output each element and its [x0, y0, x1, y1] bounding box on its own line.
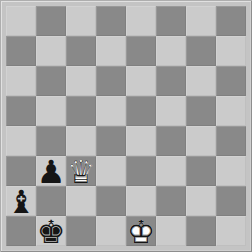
square-c3[interactable]: ♛♕	[66, 156, 96, 186]
square-e3[interactable]	[126, 156, 156, 186]
square-h7[interactable]	[216, 36, 246, 66]
square-a2[interactable]: ♝	[6, 186, 36, 216]
square-a8[interactable]	[6, 6, 36, 36]
square-h1[interactable]	[216, 216, 246, 246]
black-pawn-b3[interactable]: ♟	[36, 156, 66, 186]
square-b8[interactable]	[36, 6, 66, 36]
square-g3[interactable]	[186, 156, 216, 186]
square-c4[interactable]	[66, 126, 96, 156]
square-d8[interactable]	[96, 6, 126, 36]
chess-board-frame: ♟♛♕♝♚♚♔	[0, 0, 252, 252]
square-b3[interactable]: ♟	[36, 156, 66, 186]
square-h2[interactable]	[216, 186, 246, 216]
square-g4[interactable]	[186, 126, 216, 156]
square-b7[interactable]	[36, 36, 66, 66]
square-a4[interactable]	[6, 126, 36, 156]
square-e4[interactable]	[126, 126, 156, 156]
square-f2[interactable]	[156, 186, 186, 216]
square-d7[interactable]	[96, 36, 126, 66]
square-a7[interactable]	[6, 36, 36, 66]
square-g6[interactable]	[186, 66, 216, 96]
square-d2[interactable]	[96, 186, 126, 216]
square-d3[interactable]	[96, 156, 126, 186]
square-g7[interactable]	[186, 36, 216, 66]
square-a3[interactable]	[6, 156, 36, 186]
square-d4[interactable]	[96, 126, 126, 156]
black-king-glyph: ♚	[37, 216, 66, 248]
square-f8[interactable]	[156, 6, 186, 36]
square-a1[interactable]	[6, 216, 36, 246]
white-king-e1[interactable]: ♚♔	[126, 216, 156, 246]
square-d6[interactable]	[96, 66, 126, 96]
square-c2[interactable]	[66, 186, 96, 216]
square-b4[interactable]	[36, 126, 66, 156]
square-e2[interactable]	[126, 186, 156, 216]
square-e1[interactable]: ♚♔	[126, 216, 156, 246]
square-h8[interactable]	[216, 6, 246, 36]
square-g8[interactable]	[186, 6, 216, 36]
square-f1[interactable]	[156, 216, 186, 246]
square-d1[interactable]	[96, 216, 126, 246]
square-h5[interactable]	[216, 96, 246, 126]
chess-board: ♟♛♕♝♚♚♔	[6, 6, 246, 246]
square-d5[interactable]	[96, 96, 126, 126]
square-c8[interactable]	[66, 6, 96, 36]
square-h3[interactable]	[216, 156, 246, 186]
square-b6[interactable]	[36, 66, 66, 96]
square-b2[interactable]	[36, 186, 66, 216]
square-f3[interactable]	[156, 156, 186, 186]
white-queen-outline-glyph: ♕	[67, 156, 96, 188]
square-a6[interactable]	[6, 66, 36, 96]
square-e5[interactable]	[126, 96, 156, 126]
black-bishop-glyph: ♝	[7, 186, 36, 218]
square-e6[interactable]	[126, 66, 156, 96]
square-f5[interactable]	[156, 96, 186, 126]
square-e7[interactable]	[126, 36, 156, 66]
square-f6[interactable]	[156, 66, 186, 96]
square-g1[interactable]	[186, 216, 216, 246]
white-queen-c3[interactable]: ♛♕	[66, 156, 96, 186]
square-c5[interactable]	[66, 96, 96, 126]
square-h6[interactable]	[216, 66, 246, 96]
square-b1[interactable]: ♚	[36, 216, 66, 246]
square-c7[interactable]	[66, 36, 96, 66]
white-king-outline-glyph: ♔	[127, 216, 156, 248]
square-h4[interactable]	[216, 126, 246, 156]
black-pawn-glyph: ♟	[37, 156, 66, 188]
square-g5[interactable]	[186, 96, 216, 126]
square-b5[interactable]	[36, 96, 66, 126]
black-bishop-a2[interactable]: ♝	[6, 186, 36, 216]
square-c6[interactable]	[66, 66, 96, 96]
square-f4[interactable]	[156, 126, 186, 156]
square-f7[interactable]	[156, 36, 186, 66]
square-g2[interactable]	[186, 186, 216, 216]
black-king-b1[interactable]: ♚	[36, 216, 66, 246]
square-e8[interactable]	[126, 6, 156, 36]
square-c1[interactable]	[66, 216, 96, 246]
square-a5[interactable]	[6, 96, 36, 126]
